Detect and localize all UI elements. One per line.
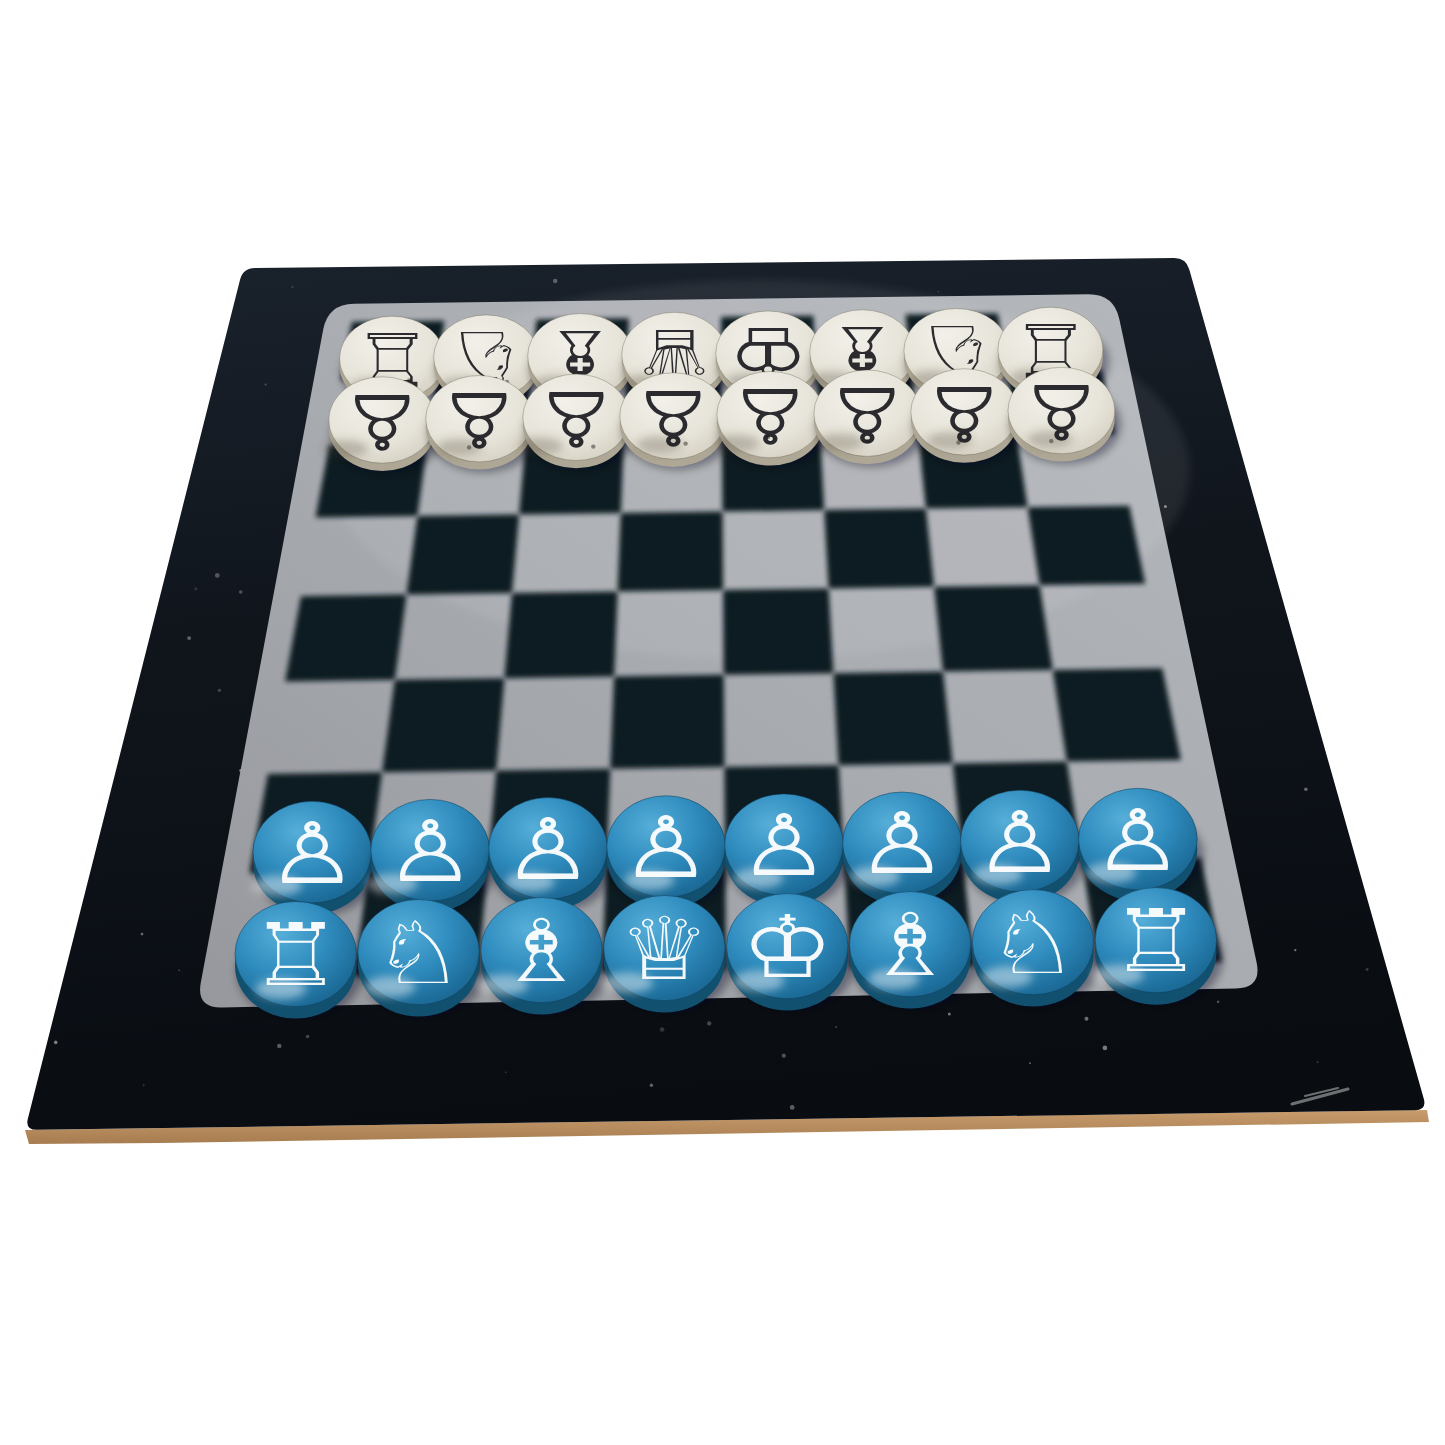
square-d5[interactable] [618, 512, 724, 592]
square-f3[interactable] [833, 672, 952, 766]
white-pawn-glyph: ♙ [730, 371, 812, 460]
blue-knight-glyph: ♘ [987, 893, 1079, 993]
square-g3[interactable] [943, 670, 1067, 764]
square-e3[interactable] [724, 673, 839, 767]
square-f4[interactable] [829, 587, 943, 673]
square-g4[interactable] [934, 585, 1053, 671]
board-svg: ♖♘♗♕♔♗♘♖♙♙♙♙♙♙♙♙♙♙♙♙♙♙♙♙♖♘♗♕♔♗♘♖ [0, 0, 1445, 1445]
square-b3[interactable] [382, 678, 504, 772]
blue-pawn-glyph: ♙ [503, 800, 594, 899]
blue-knight-glyph: ♘ [372, 903, 464, 1003]
square-h5[interactable] [1028, 506, 1146, 586]
white-pawn-glyph: ♙ [632, 372, 714, 461]
square-d3[interactable] [610, 675, 724, 769]
white-pawn-glyph: ♙ [1021, 367, 1103, 456]
blue-pawn-glyph: ♙ [975, 792, 1066, 891]
blue-pawn-glyph: ♙ [857, 794, 948, 893]
blue-queen-glyph: ♕ [618, 899, 710, 999]
square-c5[interactable] [512, 513, 621, 593]
blue-bishop-glyph: ♗ [495, 901, 587, 1001]
square-a4[interactable] [285, 595, 406, 682]
blue-pawn-glyph: ♙ [385, 802, 476, 901]
square-b5[interactable] [407, 515, 520, 595]
blue-pawn-glyph: ♙ [267, 804, 358, 903]
blue-pawn-glyph: ♙ [621, 798, 712, 897]
square-a5[interactable] [301, 516, 417, 596]
chess-board-photo: ♖♘♗♕♔♗♘♖♙♙♙♙♙♙♙♙♙♙♙♙♙♙♙♙♖♘♗♕♔♗♘♖ [0, 0, 1445, 1445]
blue-rook-glyph: ♖ [1110, 891, 1202, 991]
square-d4[interactable] [614, 590, 724, 677]
white-pawn-glyph: ♙ [924, 368, 1006, 457]
square-c4[interactable] [504, 592, 617, 679]
white-pawn-glyph: ♙ [535, 374, 617, 463]
blue-pawn-glyph: ♙ [739, 796, 830, 895]
white-pawn-glyph: ♙ [341, 376, 423, 465]
blue-pawn-glyph: ♙ [1093, 791, 1184, 890]
square-e5[interactable] [723, 510, 829, 590]
square-g5[interactable] [926, 507, 1040, 587]
white-pawn-glyph: ♙ [438, 375, 520, 464]
square-f5[interactable] [824, 509, 934, 589]
blue-bishop-glyph: ♗ [864, 895, 956, 995]
square-a3[interactable] [268, 680, 395, 774]
square-h3[interactable] [1053, 668, 1181, 761]
blue-rook-glyph: ♖ [250, 905, 342, 1005]
blue-king-glyph: ♔ [741, 897, 833, 997]
white-pawn-glyph: ♙ [827, 370, 909, 459]
square-h4[interactable] [1040, 584, 1163, 670]
square-e4[interactable] [723, 588, 833, 674]
square-c3[interactable] [496, 677, 614, 771]
square-b4[interactable] [395, 593, 512, 680]
